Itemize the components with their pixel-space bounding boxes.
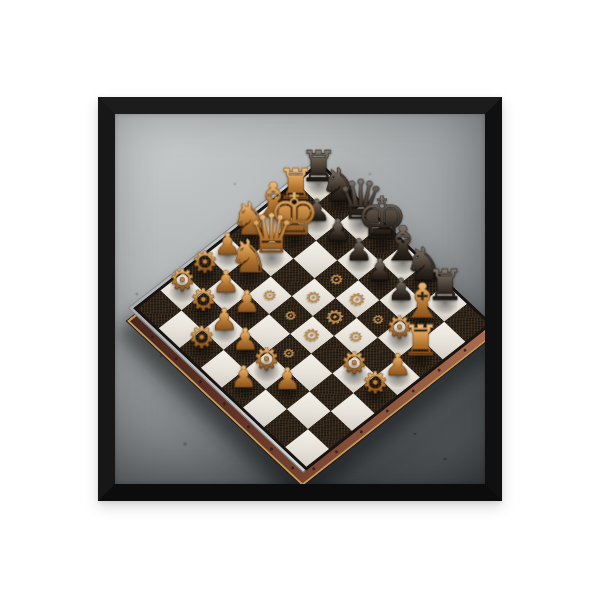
gear-flat-7: ⚙: [259, 286, 280, 304]
wood-inlay-dot-left-3: [199, 380, 202, 383]
gear-stack-4-glyph: ⚙: [188, 322, 215, 352]
gear-flat-8: ⚙: [282, 307, 301, 323]
gear-flat-9: ⚙: [299, 323, 326, 346]
gear-flat-1: ⚙: [326, 270, 347, 288]
gear-flat-6: ⚙: [345, 328, 366, 346]
white-pawn-e1-glyph: ♟: [230, 362, 257, 392]
wood-inlay-dot-right-6: [334, 450, 337, 453]
poster-frame: ♜♞♛♚♝♞♜♜♟♟♟♟♟♝♝♚⚙⚙⚙⚙♜♞♛⚙⚙⚙♟♟♞⚙⚙⚙⚙⚙⚙♟♟⚙⚙⚙…: [98, 97, 502, 501]
gear-flat-2: ⚙: [344, 288, 371, 311]
wood-inlay-dot-left-4: [223, 402, 226, 405]
gear-stack-8-glyph: ⚙: [362, 367, 389, 397]
photo-of-chess-set: ♜♞♛♚♝♞♜♜♟♟♟♟♟♝♝♚⚙⚙⚙⚙♜♞♛⚙⚙⚙♟♟♞⚙⚙⚙⚙⚙⚙♟♟⚙⚙⚙…: [115, 114, 485, 484]
page: { "artwork": { "kind": "framed print of …: [0, 0, 600, 600]
white-pawn-f2-glyph: ♟: [274, 364, 301, 394]
wood-inlay-dot-left-5: [246, 425, 249, 428]
gear-flat-4: ⚙: [302, 287, 326, 308]
gear-flat-3: ⚙: [369, 311, 388, 327]
gear-flat-10: ⚙: [280, 345, 299, 361]
wood-inlay-dot-left-1: [151, 335, 154, 338]
